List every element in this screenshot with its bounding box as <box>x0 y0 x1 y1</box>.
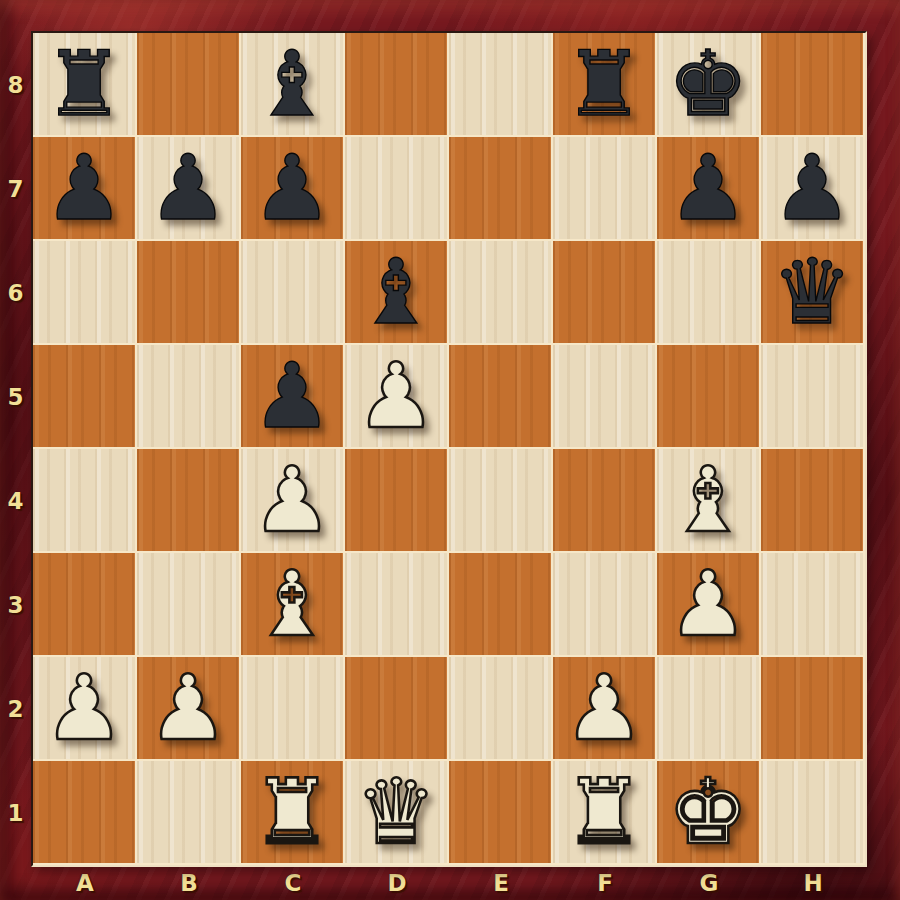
square-g7[interactable]: ♟ <box>657 137 761 241</box>
square-b4[interactable] <box>137 449 241 553</box>
piece-wP[interactable]: ♟ <box>668 559 749 649</box>
square-b7[interactable]: ♟ <box>137 137 241 241</box>
square-h5[interactable] <box>761 345 865 449</box>
square-h1[interactable] <box>761 761 865 865</box>
square-h6[interactable]: ♛ <box>761 241 865 345</box>
rank-label-3: 3 <box>0 553 31 657</box>
square-g1[interactable]: ♚ <box>657 761 761 865</box>
square-h4[interactable] <box>761 449 865 553</box>
square-f6[interactable] <box>553 241 657 345</box>
square-e5[interactable] <box>449 345 553 449</box>
piece-wP[interactable]: ♟ <box>356 351 437 441</box>
file-labels: ABCDEFGH <box>33 865 865 900</box>
square-f1[interactable]: ♜ <box>553 761 657 865</box>
square-f4[interactable] <box>553 449 657 553</box>
square-f2[interactable]: ♟ <box>553 657 657 761</box>
square-e6[interactable] <box>449 241 553 345</box>
piece-wR[interactable]: ♜ <box>252 767 333 857</box>
square-h3[interactable] <box>761 553 865 657</box>
square-c7[interactable]: ♟ <box>241 137 345 241</box>
square-d1[interactable]: ♛ <box>345 761 449 865</box>
piece-wP[interactable]: ♟ <box>564 663 645 753</box>
square-a1[interactable] <box>33 761 137 865</box>
square-b8[interactable] <box>137 33 241 137</box>
piece-bQ[interactable]: ♛ <box>772 247 853 337</box>
square-d7[interactable] <box>345 137 449 241</box>
square-b3[interactable] <box>137 553 241 657</box>
square-c4[interactable]: ♟ <box>241 449 345 553</box>
square-d5[interactable]: ♟ <box>345 345 449 449</box>
square-d8[interactable] <box>345 33 449 137</box>
square-f8[interactable]: ♜ <box>553 33 657 137</box>
piece-wP[interactable]: ♟ <box>44 663 125 753</box>
piece-bP[interactable]: ♟ <box>252 351 333 441</box>
square-a8[interactable]: ♜ <box>33 33 137 137</box>
file-label-e: E <box>449 865 553 900</box>
square-a3[interactable] <box>33 553 137 657</box>
rank-labels: 87654321 <box>0 33 31 865</box>
square-g8[interactable]: ♚ <box>657 33 761 137</box>
piece-wP[interactable]: ♟ <box>148 663 229 753</box>
piece-bP[interactable]: ♟ <box>668 143 749 233</box>
rank-label-4: 4 <box>0 449 31 553</box>
square-a2[interactable]: ♟ <box>33 657 137 761</box>
square-a4[interactable] <box>33 449 137 553</box>
piece-wQ[interactable]: ♛ <box>356 767 437 857</box>
square-c3[interactable]: ♝ <box>241 553 345 657</box>
square-e7[interactable] <box>449 137 553 241</box>
square-g3[interactable]: ♟ <box>657 553 761 657</box>
piece-bK[interactable]: ♚ <box>668 39 749 129</box>
piece-bB[interactable]: ♝ <box>356 247 437 337</box>
piece-wB[interactable]: ♝ <box>252 559 333 649</box>
square-e4[interactable] <box>449 449 553 553</box>
square-d4[interactable] <box>345 449 449 553</box>
piece-wB[interactable]: ♝ <box>668 455 749 545</box>
rank-label-6: 6 <box>0 241 31 345</box>
square-c6[interactable] <box>241 241 345 345</box>
square-b6[interactable] <box>137 241 241 345</box>
square-f7[interactable] <box>553 137 657 241</box>
chess-diagram: 87654321 ABCDEFGH ♜♝♜♚♟♟♟♟♟♝♛♟♟♟♝♝♟♟♟♟♜♛… <box>0 0 900 900</box>
chess-board: ♜♝♜♚♟♟♟♟♟♝♛♟♟♟♝♝♟♟♟♟♜♛♜♚ <box>31 31 867 867</box>
square-g2[interactable] <box>657 657 761 761</box>
square-d3[interactable] <box>345 553 449 657</box>
square-g6[interactable] <box>657 241 761 345</box>
piece-bP[interactable]: ♟ <box>44 143 125 233</box>
piece-bP[interactable]: ♟ <box>252 143 333 233</box>
square-h7[interactable]: ♟ <box>761 137 865 241</box>
square-e8[interactable] <box>449 33 553 137</box>
piece-bB[interactable]: ♝ <box>252 39 333 129</box>
square-c8[interactable]: ♝ <box>241 33 345 137</box>
file-label-h: H <box>761 865 865 900</box>
square-b5[interactable] <box>137 345 241 449</box>
square-c2[interactable] <box>241 657 345 761</box>
file-label-f: F <box>553 865 657 900</box>
piece-bP[interactable]: ♟ <box>148 143 229 233</box>
board-grid: ♜♝♜♚♟♟♟♟♟♝♛♟♟♟♝♝♟♟♟♟♜♛♜♚ <box>33 33 865 865</box>
piece-bR[interactable]: ♜ <box>564 39 645 129</box>
square-e3[interactable] <box>449 553 553 657</box>
file-label-a: A <box>33 865 137 900</box>
square-d6[interactable]: ♝ <box>345 241 449 345</box>
square-a5[interactable] <box>33 345 137 449</box>
file-label-g: G <box>657 865 761 900</box>
square-c1[interactable]: ♜ <box>241 761 345 865</box>
square-e2[interactable] <box>449 657 553 761</box>
piece-bR[interactable]: ♜ <box>44 39 125 129</box>
square-d2[interactable] <box>345 657 449 761</box>
piece-wP[interactable]: ♟ <box>252 455 333 545</box>
piece-bP[interactable]: ♟ <box>772 143 853 233</box>
square-b2[interactable]: ♟ <box>137 657 241 761</box>
rank-label-2: 2 <box>0 657 31 761</box>
rank-label-5: 5 <box>0 345 31 449</box>
square-a6[interactable] <box>33 241 137 345</box>
square-e1[interactable] <box>449 761 553 865</box>
square-h8[interactable] <box>761 33 865 137</box>
file-label-b: B <box>137 865 241 900</box>
square-c5[interactable]: ♟ <box>241 345 345 449</box>
square-h2[interactable] <box>761 657 865 761</box>
file-label-c: C <box>241 865 345 900</box>
square-a7[interactable]: ♟ <box>33 137 137 241</box>
piece-wK[interactable]: ♚ <box>668 767 749 857</box>
square-f3[interactable] <box>553 553 657 657</box>
piece-wR[interactable]: ♜ <box>564 767 645 857</box>
square-g5[interactable] <box>657 345 761 449</box>
rank-label-1: 1 <box>0 761 31 865</box>
file-label-d: D <box>345 865 449 900</box>
rank-label-8: 8 <box>0 33 31 137</box>
square-f5[interactable] <box>553 345 657 449</box>
rank-label-7: 7 <box>0 137 31 241</box>
square-g4[interactable]: ♝ <box>657 449 761 553</box>
square-b1[interactable] <box>137 761 241 865</box>
